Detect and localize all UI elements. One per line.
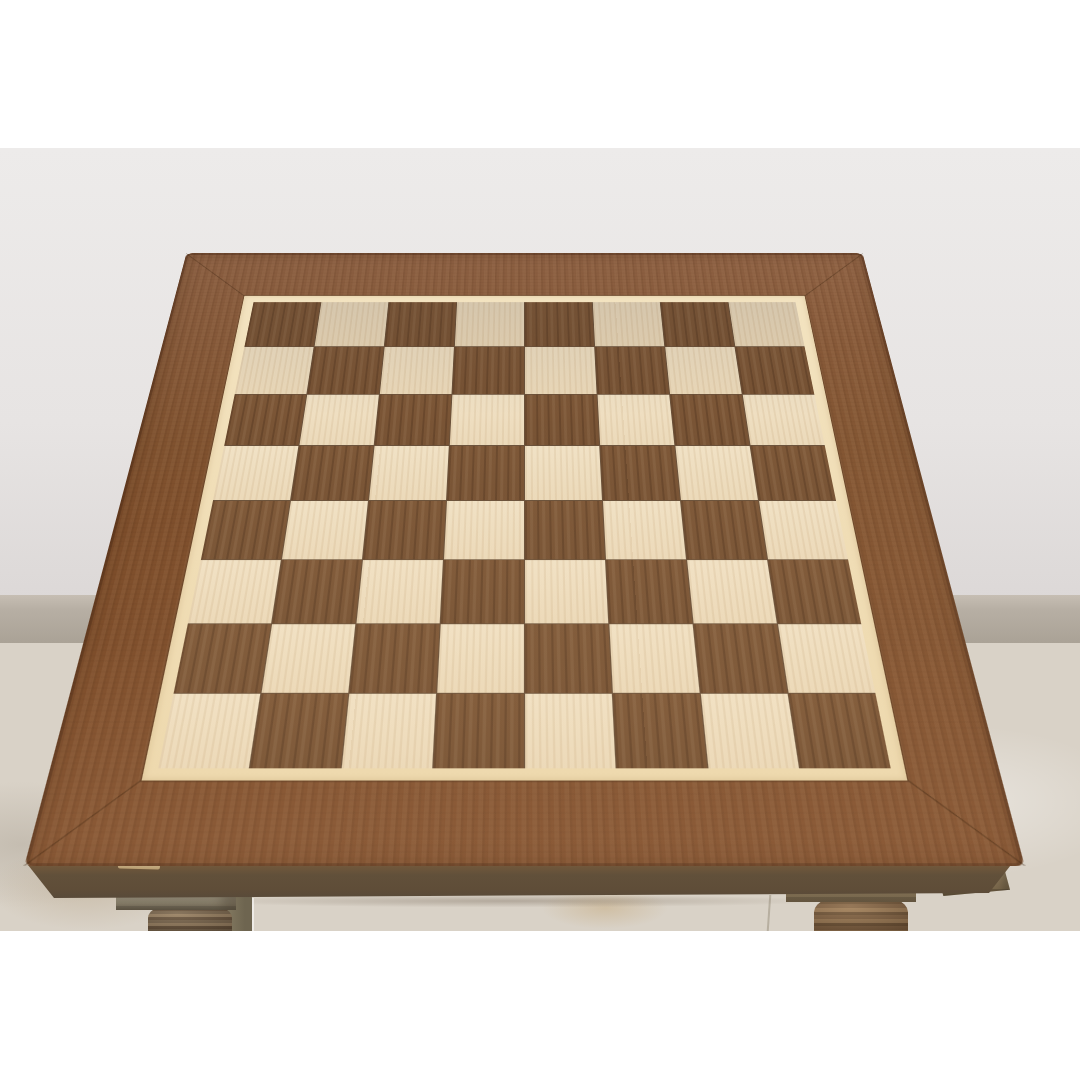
white-matte-top [0, 0, 1080, 148]
square-g6[interactable] [670, 395, 749, 446]
square-d3[interactable] [441, 560, 524, 623]
square-a7[interactable] [235, 347, 314, 394]
frame-miter-joint [24, 766, 161, 866]
square-e8[interactable] [525, 302, 594, 346]
square-e7[interactable] [525, 347, 597, 394]
square-d7[interactable] [452, 347, 524, 394]
square-e3[interactable] [525, 560, 608, 623]
square-h6[interactable] [743, 395, 825, 446]
square-b2[interactable] [262, 624, 356, 693]
square-g3[interactable] [687, 560, 777, 623]
square-c8[interactable] [385, 302, 456, 346]
square-d8[interactable] [455, 302, 524, 346]
square-h3[interactable] [768, 560, 861, 623]
square-a2[interactable] [174, 624, 271, 693]
square-d4[interactable] [444, 501, 524, 560]
square-c2[interactable] [349, 624, 439, 693]
board [158, 302, 890, 768]
square-g7[interactable] [665, 347, 741, 394]
square-a3[interactable] [188, 560, 281, 623]
square-f6[interactable] [598, 395, 675, 446]
square-e2[interactable] [525, 624, 612, 693]
square-f1[interactable] [613, 694, 707, 769]
square-c7[interactable] [380, 347, 454, 394]
square-c5[interactable] [369, 446, 449, 500]
square-g4[interactable] [681, 501, 767, 560]
square-a8[interactable] [244, 302, 320, 346]
chess-table [0, 0, 1080, 1080]
maple-border-strip [142, 296, 908, 781]
square-h4[interactable] [759, 501, 848, 560]
square-b1[interactable] [250, 694, 348, 769]
square-d6[interactable] [450, 395, 524, 446]
square-a6[interactable] [224, 395, 306, 446]
square-a1[interactable] [158, 694, 260, 769]
square-e6[interactable] [525, 395, 599, 446]
tabletop [24, 253, 1025, 866]
square-g2[interactable] [694, 624, 788, 693]
square-c1[interactable] [342, 694, 436, 769]
square-f7[interactable] [595, 347, 669, 394]
square-h8[interactable] [729, 302, 805, 346]
square-f8[interactable] [593, 302, 664, 346]
square-f3[interactable] [606, 560, 692, 623]
square-d5[interactable] [447, 446, 524, 500]
frame-miter-joint [889, 766, 1026, 866]
square-c6[interactable] [375, 395, 452, 446]
square-g1[interactable] [701, 694, 799, 769]
square-h5[interactable] [751, 446, 836, 500]
square-h2[interactable] [778, 624, 875, 693]
square-b7[interactable] [307, 347, 383, 394]
square-e4[interactable] [525, 501, 605, 560]
square-e5[interactable] [525, 446, 602, 500]
square-c4[interactable] [363, 501, 446, 560]
square-g8[interactable] [661, 302, 735, 346]
square-d1[interactable] [433, 694, 524, 769]
square-f4[interactable] [603, 501, 686, 560]
square-b6[interactable] [299, 395, 378, 446]
square-f5[interactable] [600, 446, 680, 500]
square-d2[interactable] [437, 624, 524, 693]
square-c3[interactable] [356, 560, 442, 623]
square-b4[interactable] [282, 501, 368, 560]
white-matte-bottom [0, 931, 1080, 1080]
product-photo [0, 0, 1080, 1080]
square-h7[interactable] [735, 347, 814, 394]
square-e1[interactable] [525, 694, 616, 769]
square-b8[interactable] [315, 302, 389, 346]
square-a5[interactable] [213, 446, 298, 500]
square-f2[interactable] [609, 624, 699, 693]
square-g5[interactable] [675, 446, 758, 500]
square-b3[interactable] [272, 560, 362, 623]
square-h1[interactable] [789, 694, 891, 769]
square-a4[interactable] [201, 501, 290, 560]
frame-miter-joint [794, 253, 863, 303]
square-b5[interactable] [291, 446, 374, 500]
